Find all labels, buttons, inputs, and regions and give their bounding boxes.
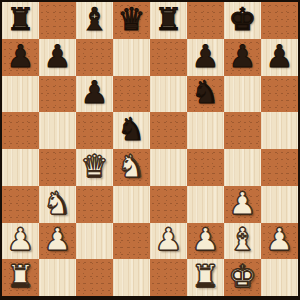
square-b4[interactable] — [39, 149, 76, 186]
square-b3[interactable]: ♞ — [39, 186, 76, 223]
piece-black-pawn[interactable]: ♟ — [81, 77, 109, 108]
square-h8[interactable] — [261, 2, 298, 39]
square-a3[interactable] — [2, 186, 39, 223]
square-b1[interactable] — [39, 259, 76, 296]
square-g2[interactable]: ♝ — [224, 223, 261, 260]
square-b2[interactable]: ♟ — [39, 223, 76, 260]
square-g8[interactable]: ♚ — [224, 2, 261, 39]
piece-black-pawn[interactable]: ♟ — [7, 41, 35, 72]
square-e3[interactable] — [150, 186, 187, 223]
square-g3[interactable]: ♟ — [224, 186, 261, 223]
square-a4[interactable] — [2, 149, 39, 186]
square-f8[interactable] — [187, 2, 224, 39]
square-h4[interactable] — [261, 149, 298, 186]
square-d8[interactable]: ♛ — [113, 2, 150, 39]
square-c2[interactable] — [76, 223, 113, 260]
square-g7[interactable]: ♟ — [224, 39, 261, 76]
square-h6[interactable] — [261, 76, 298, 113]
piece-white-king[interactable]: ♚ — [229, 261, 257, 292]
square-a6[interactable] — [2, 76, 39, 113]
square-d2[interactable] — [113, 223, 150, 260]
piece-black-knight[interactable]: ♞ — [118, 114, 146, 145]
chess-board: ♜♝♛♜♚♟♟♟♟♟♟♞♞♛♞♞♟♟♟♟♟♝♟♜♜♚ — [2, 2, 298, 296]
square-f3[interactable] — [187, 186, 224, 223]
square-e5[interactable] — [150, 112, 187, 149]
square-b8[interactable] — [39, 2, 76, 39]
piece-black-pawn[interactable]: ♟ — [192, 41, 220, 72]
piece-white-pawn[interactable]: ♟ — [266, 224, 294, 255]
piece-white-pawn[interactable]: ♟ — [155, 224, 183, 255]
piece-black-rook[interactable]: ♜ — [155, 4, 183, 35]
square-b5[interactable] — [39, 112, 76, 149]
square-e4[interactable] — [150, 149, 187, 186]
piece-black-bishop[interactable]: ♝ — [81, 4, 109, 35]
piece-white-bishop[interactable]: ♝ — [229, 224, 257, 255]
piece-white-rook[interactable]: ♜ — [7, 261, 35, 292]
piece-white-pawn[interactable]: ♟ — [44, 224, 72, 255]
piece-black-king[interactable]: ♚ — [229, 4, 257, 35]
piece-white-knight[interactable]: ♞ — [44, 188, 72, 219]
square-h2[interactable]: ♟ — [261, 223, 298, 260]
square-e8[interactable]: ♜ — [150, 2, 187, 39]
piece-black-pawn[interactable]: ♟ — [44, 41, 72, 72]
square-g6[interactable] — [224, 76, 261, 113]
square-a7[interactable]: ♟ — [2, 39, 39, 76]
piece-white-rook[interactable]: ♜ — [192, 261, 220, 292]
square-a1[interactable]: ♜ — [2, 259, 39, 296]
square-a5[interactable] — [2, 112, 39, 149]
square-b6[interactable] — [39, 76, 76, 113]
square-b7[interactable]: ♟ — [39, 39, 76, 76]
square-f7[interactable]: ♟ — [187, 39, 224, 76]
square-c3[interactable] — [76, 186, 113, 223]
piece-white-pawn[interactable]: ♟ — [7, 224, 35, 255]
square-c6[interactable]: ♟ — [76, 76, 113, 113]
square-h1[interactable] — [261, 259, 298, 296]
piece-black-pawn[interactable]: ♟ — [266, 41, 294, 72]
square-g1[interactable]: ♚ — [224, 259, 261, 296]
square-d1[interactable] — [113, 259, 150, 296]
piece-black-knight[interactable]: ♞ — [192, 77, 220, 108]
square-c1[interactable] — [76, 259, 113, 296]
square-d7[interactable] — [113, 39, 150, 76]
square-h5[interactable] — [261, 112, 298, 149]
square-d6[interactable] — [113, 76, 150, 113]
square-e1[interactable] — [150, 259, 187, 296]
square-a8[interactable]: ♜ — [2, 2, 39, 39]
board-frame: ♜♝♛♜♚♟♟♟♟♟♟♞♞♛♞♞♟♟♟♟♟♝♟♜♜♚ — [0, 0, 300, 300]
square-f2[interactable]: ♟ — [187, 223, 224, 260]
piece-white-pawn[interactable]: ♟ — [192, 224, 220, 255]
square-e6[interactable] — [150, 76, 187, 113]
square-h7[interactable]: ♟ — [261, 39, 298, 76]
square-e2[interactable]: ♟ — [150, 223, 187, 260]
square-c7[interactable] — [76, 39, 113, 76]
square-h3[interactable] — [261, 186, 298, 223]
square-c8[interactable]: ♝ — [76, 2, 113, 39]
square-g4[interactable] — [224, 149, 261, 186]
piece-black-rook[interactable]: ♜ — [7, 4, 35, 35]
square-d5[interactable]: ♞ — [113, 112, 150, 149]
square-e7[interactable] — [150, 39, 187, 76]
piece-black-pawn[interactable]: ♟ — [229, 41, 257, 72]
square-f5[interactable] — [187, 112, 224, 149]
square-f6[interactable]: ♞ — [187, 76, 224, 113]
square-f4[interactable] — [187, 149, 224, 186]
piece-white-queen[interactable]: ♛ — [81, 151, 109, 182]
piece-white-pawn[interactable]: ♟ — [229, 188, 257, 219]
piece-black-queen[interactable]: ♛ — [118, 4, 146, 35]
square-d4[interactable]: ♞ — [113, 149, 150, 186]
square-g5[interactable] — [224, 112, 261, 149]
square-f1[interactable]: ♜ — [187, 259, 224, 296]
square-d3[interactable] — [113, 186, 150, 223]
square-c5[interactable] — [76, 112, 113, 149]
piece-white-knight[interactable]: ♞ — [118, 151, 146, 182]
square-c4[interactable]: ♛ — [76, 149, 113, 186]
square-a2[interactable]: ♟ — [2, 223, 39, 260]
